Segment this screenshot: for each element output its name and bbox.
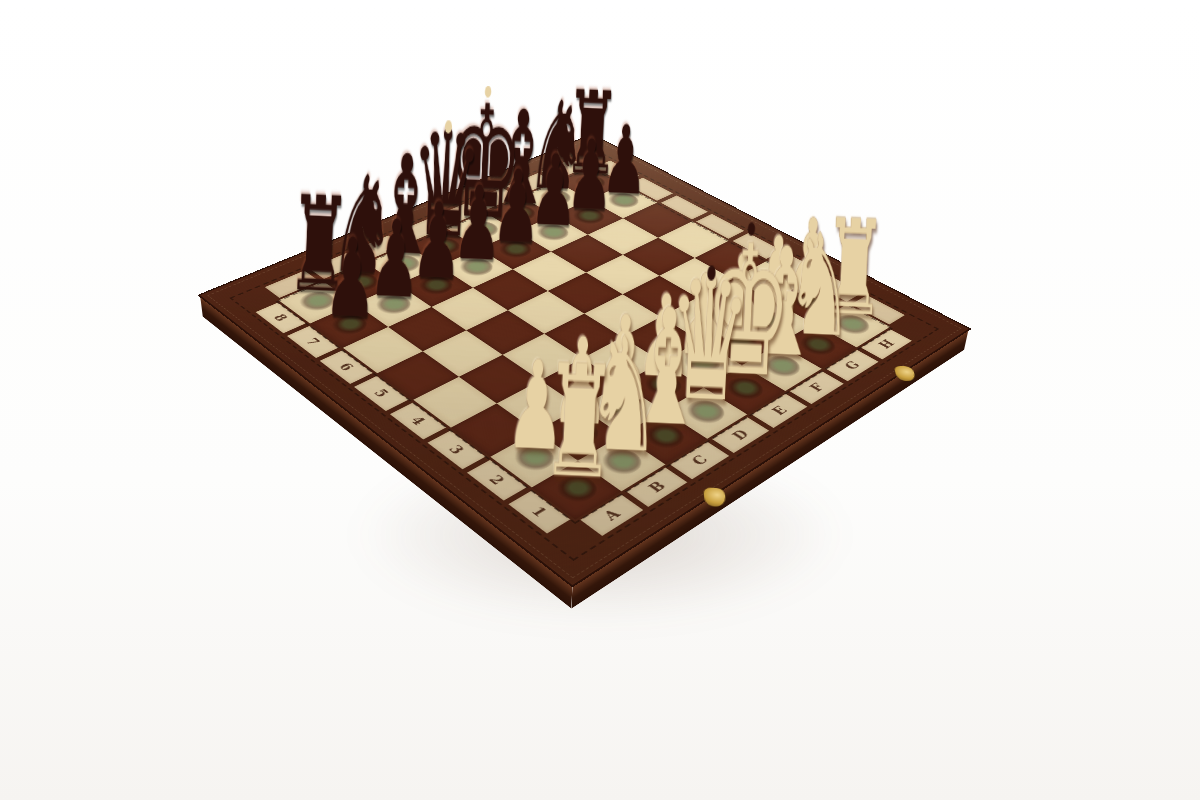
square-a6	[343, 327, 423, 373]
rank-label-text: 1	[527, 504, 551, 520]
camera-tilt: HGFEDCBA87654321 ♜♞♟♝♟♚♟♛♟♝♟♟♞♟♜♟♜♟♞♟♟♝♟…	[0, 0, 1200, 800]
rank-label-4: 4	[390, 403, 446, 440]
rank-label-text: 8	[270, 312, 292, 323]
rank-label-text: 5	[370, 387, 393, 400]
file-label-text: E	[768, 404, 791, 418]
file-label-text: F	[806, 381, 828, 394]
glyph-black-pawn: ♟	[295, 222, 407, 335]
file-label-text: B	[644, 479, 669, 496]
file-label-text: C	[688, 452, 712, 468]
photo-background: { "game": "chess", "position": { "fen": …	[0, 0, 1200, 800]
square-a5	[377, 351, 459, 399]
finial-accent	[445, 120, 453, 133]
rank-label-text: 6	[335, 361, 357, 373]
rank-label-text: 2	[485, 472, 509, 487]
rank-label-6: 6	[320, 350, 373, 384]
frame-corner	[547, 520, 602, 558]
finial-accent	[485, 86, 492, 98]
rank-label-text: 4	[406, 414, 429, 428]
rank-label-5: 5	[354, 376, 409, 411]
file-label-text: A	[599, 506, 624, 523]
file-label-text: H	[875, 337, 899, 350]
product-photo: HGFEDCBA87654321 ♜♞♟♝♟♚♟♛♟♝♟♟♞♟♜♟♜♟♞♟♟♝♟…	[0, 0, 1200, 800]
file-label-text: D	[728, 427, 753, 442]
file-label-text: G	[841, 359, 864, 373]
glyph-white-rook: ♜	[514, 343, 644, 503]
rank-label-text: 7	[302, 336, 324, 348]
rank-label-7: 7	[287, 326, 339, 358]
finial-accent	[748, 222, 756, 236]
perspective-scene: HGFEDCBA87654321 ♜♞♟♝♟♚♟♛♟♝♟♟♞♟♜♟♜♟♞♟♟♝♟…	[0, 0, 1200, 800]
rank-label-text: 3	[445, 443, 469, 457]
chess-board: HGFEDCBA87654321 ♜♞♟♝♟♚♟♛♟♝♟♟♞♟♜♟♜♟♞♟♟♝♟…	[197, 134, 971, 588]
file-label-a: A	[580, 495, 643, 536]
